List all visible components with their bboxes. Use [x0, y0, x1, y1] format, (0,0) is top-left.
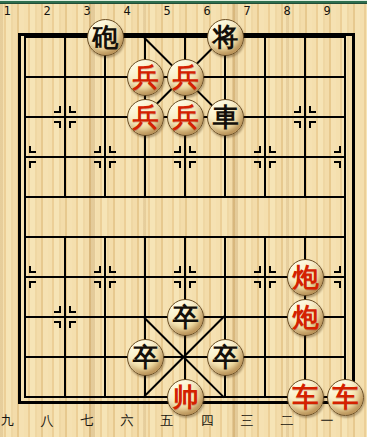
piece-glyph: 兵: [173, 104, 199, 130]
grid-line-file-7-bottom: [264, 236, 266, 398]
piece-red-general[interactable]: 帅: [167, 379, 204, 416]
point-marker: [174, 146, 181, 153]
grid-line-file-3-top: [104, 36, 106, 198]
piece-glyph: 兵: [133, 104, 159, 130]
point-marker: [254, 161, 261, 168]
grid-line-file-3-bottom: [104, 236, 106, 398]
piece-glyph: 卒: [173, 304, 199, 330]
point-marker: [29, 161, 36, 168]
grid-line-file-2-bottom: [64, 236, 66, 398]
point-marker: [254, 146, 261, 153]
file-label-top-3: 3: [80, 4, 94, 18]
piece-black-soldier[interactable]: 卒: [207, 339, 244, 376]
point-marker: [69, 306, 76, 313]
point-marker: [54, 106, 61, 113]
file-label-bottom-3: 七: [80, 412, 94, 430]
point-marker: [94, 281, 101, 288]
point-marker: [29, 146, 36, 153]
point-marker: [29, 281, 36, 288]
file-label-bottom-8: 二: [280, 412, 294, 430]
point-marker: [94, 146, 101, 153]
piece-glyph: 车: [333, 384, 359, 410]
piece-glyph: 兵: [173, 64, 199, 90]
point-marker: [54, 321, 61, 328]
file-label-bottom-2: 八: [40, 412, 54, 430]
point-marker: [254, 281, 261, 288]
point-marker: [109, 161, 116, 168]
piece-black-soldier[interactable]: 卒: [127, 339, 164, 376]
point-marker: [54, 306, 61, 313]
point-marker: [309, 121, 316, 128]
point-marker: [269, 146, 276, 153]
piece-glyph: 车: [293, 384, 319, 410]
piece-glyph: 炮: [293, 304, 319, 330]
grid-line-file-8-top: [304, 36, 306, 198]
point-marker: [189, 161, 196, 168]
point-marker: [334, 266, 341, 273]
piece-red-chariot[interactable]: 车: [287, 379, 324, 416]
point-marker: [309, 106, 316, 113]
point-marker: [334, 281, 341, 288]
point-marker: [294, 121, 301, 128]
point-marker: [254, 266, 261, 273]
piece-glyph: 砲: [93, 24, 119, 50]
file-label-bottom-7: 三: [240, 412, 254, 430]
point-marker: [174, 281, 181, 288]
piece-glyph: 炮: [293, 264, 319, 290]
point-marker: [94, 161, 101, 168]
piece-black-soldier[interactable]: 卒: [167, 299, 204, 336]
piece-black-chariot[interactable]: 車: [207, 99, 244, 136]
file-label-top-7: 7: [240, 4, 254, 18]
point-marker: [109, 281, 116, 288]
file-label-top-4: 4: [120, 4, 134, 18]
point-marker: [69, 121, 76, 128]
piece-glyph: 卒: [133, 344, 159, 370]
file-label-top-9: 9: [320, 4, 334, 18]
file-label-top-5: 5: [160, 4, 174, 18]
piece-glyph: 将: [213, 24, 239, 50]
xiangqi-board[interactable]: 砲将兵兵兵兵車炮卒炮卒卒帅车车: [25, 37, 345, 397]
point-marker: [189, 266, 196, 273]
piece-red-soldier[interactable]: 兵: [127, 59, 164, 96]
piece-red-cannon[interactable]: 炮: [287, 299, 324, 336]
file-label-bottom-9: 一: [320, 412, 334, 430]
piece-red-soldier[interactable]: 兵: [167, 59, 204, 96]
file-label-bottom-4: 六: [120, 412, 134, 430]
grid-line-file-7-top: [264, 36, 266, 198]
point-marker: [269, 266, 276, 273]
file-label-top-1: 1: [0, 4, 14, 18]
piece-glyph: 車: [213, 104, 239, 130]
piece-black-general[interactable]: 将: [207, 19, 244, 56]
file-label-top-6: 6: [200, 4, 214, 18]
piece-glyph: 帅: [173, 384, 199, 410]
point-marker: [269, 161, 276, 168]
top-file-labels: 123456789: [0, 4, 367, 18]
file-label-top-2: 2: [40, 4, 54, 18]
point-marker: [269, 281, 276, 288]
point-marker: [334, 146, 341, 153]
piece-black-cannon[interactable]: 砲: [87, 19, 124, 56]
point-marker: [94, 266, 101, 273]
point-marker: [334, 161, 341, 168]
piece-glyph: 卒: [213, 344, 239, 370]
grid-line-file-1: [24, 36, 26, 398]
file-label-top-8: 8: [280, 4, 294, 18]
point-marker: [174, 161, 181, 168]
point-marker: [54, 121, 61, 128]
point-marker: [69, 106, 76, 113]
piece-glyph: 兵: [133, 64, 159, 90]
point-marker: [69, 321, 76, 328]
point-marker: [109, 146, 116, 153]
piece-red-cannon[interactable]: 炮: [287, 259, 324, 296]
point-marker: [29, 266, 36, 273]
piece-red-soldier[interactable]: 兵: [127, 99, 164, 136]
point-marker: [189, 281, 196, 288]
point-marker: [109, 266, 116, 273]
point-marker: [174, 266, 181, 273]
point-marker: [189, 146, 196, 153]
grid-line-file-9: [344, 36, 346, 398]
xiangqi-screenshot: 123456789 砲将兵兵兵兵車炮卒炮卒卒帅车车 九八七六五四三二一: [0, 0, 367, 437]
piece-red-chariot[interactable]: 车: [327, 379, 364, 416]
piece-red-soldier[interactable]: 兵: [167, 99, 204, 136]
file-label-bottom-6: 四: [200, 412, 214, 430]
file-label-bottom-5: 五: [160, 412, 174, 430]
grid-line-file-2-top: [64, 36, 66, 198]
file-label-bottom-1: 九: [0, 412, 14, 430]
point-marker: [294, 106, 301, 113]
